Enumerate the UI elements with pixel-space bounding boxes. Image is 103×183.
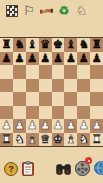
white-knight-icon: ♘ xyxy=(76,4,88,18)
piece-white-pawn[interactable]: ♟ xyxy=(79,120,89,132)
piece-white-rook[interactable]: ♜ xyxy=(91,134,101,146)
piece-black-pawn[interactable]: ♟ xyxy=(40,53,50,65)
square-f7[interactable]: ♟ xyxy=(64,52,77,66)
square-c8[interactable]: ♝ xyxy=(26,38,39,52)
square-e1[interactable]: ♚ xyxy=(52,133,65,147)
square-b3[interactable] xyxy=(13,106,26,120)
piece-black-pawn[interactable]: ♟ xyxy=(66,53,76,65)
handshake-icon xyxy=(40,5,53,17)
top-toolbar: ⚐ ♻ ♘ xyxy=(0,3,103,18)
square-h3[interactable] xyxy=(90,106,103,120)
square-d2[interactable]: ♟ xyxy=(39,119,52,133)
piece-white-pawn[interactable]: ♟ xyxy=(40,120,50,132)
help-button[interactable]: ? xyxy=(4,162,18,176)
square-d6[interactable] xyxy=(39,65,52,79)
square-a3[interactable] xyxy=(0,106,13,120)
square-e5[interactable] xyxy=(52,79,65,93)
piece-black-pawn[interactable]: ♟ xyxy=(91,53,101,65)
square-g5[interactable] xyxy=(77,79,90,93)
square-f8[interactable]: ♝ xyxy=(64,38,77,52)
piece-black-king[interactable]: ♚ xyxy=(53,39,63,51)
square-e3[interactable] xyxy=(52,106,65,120)
square-a5[interactable] xyxy=(0,79,13,93)
badge-dot xyxy=(88,160,90,162)
recycle-arrows-icon: ♻ xyxy=(59,4,70,18)
square-b5[interactable] xyxy=(13,79,26,93)
square-d3[interactable] xyxy=(39,106,52,120)
square-c1[interactable]: ♝ xyxy=(26,133,39,147)
square-c4[interactable] xyxy=(26,92,39,106)
square-e7[interactable]: ♟ xyxy=(52,52,65,66)
piece-white-pawn[interactable]: ♟ xyxy=(66,120,76,132)
square-h8[interactable]: ♜ xyxy=(90,38,103,52)
piece-black-rook[interactable]: ♜ xyxy=(91,39,101,51)
piece-black-knight[interactable]: ♞ xyxy=(14,39,24,51)
square-g7[interactable]: ♟ xyxy=(77,52,90,66)
online-button[interactable] xyxy=(94,161,103,178)
hint-move-button[interactable]: ♘ xyxy=(75,4,88,18)
piece-white-pawn[interactable]: ♟ xyxy=(91,120,101,132)
square-e2[interactable]: ♟ xyxy=(52,119,65,133)
square-h1[interactable]: ♜ xyxy=(90,133,103,147)
piece-black-bishop[interactable]: ♝ xyxy=(27,39,37,51)
square-f3[interactable] xyxy=(64,106,77,120)
square-d1[interactable]: ♛ xyxy=(39,133,52,147)
observe-button[interactable] xyxy=(56,163,71,178)
square-h5[interactable] xyxy=(90,79,103,93)
square-b2[interactable]: ♟ xyxy=(13,119,26,133)
chessboard-icon xyxy=(6,5,18,17)
square-c5[interactable] xyxy=(26,79,39,93)
piece-white-knight[interactable]: ♞ xyxy=(14,134,24,146)
square-e4[interactable] xyxy=(52,92,65,106)
square-a2[interactable]: ♟ xyxy=(0,119,13,133)
square-g1[interactable]: ♞ xyxy=(77,133,90,147)
square-e8[interactable]: ♚ xyxy=(52,38,65,52)
square-d5[interactable] xyxy=(39,79,52,93)
piece-black-pawn[interactable]: ♟ xyxy=(27,53,37,65)
square-c6[interactable] xyxy=(26,65,39,79)
square-g6[interactable] xyxy=(77,65,90,79)
square-d8[interactable]: ♛ xyxy=(39,38,52,52)
square-g3[interactable] xyxy=(77,106,90,120)
square-e6[interactable] xyxy=(52,65,65,79)
square-c3[interactable] xyxy=(26,106,39,120)
square-h4[interactable] xyxy=(90,92,103,106)
piece-white-bishop[interactable]: ♝ xyxy=(27,134,37,146)
square-c2[interactable]: ♟ xyxy=(26,119,39,133)
square-f4[interactable] xyxy=(64,92,77,106)
piece-white-pawn[interactable]: ♟ xyxy=(27,120,37,132)
square-g8[interactable]: ♞ xyxy=(77,38,90,52)
offer-draw-button[interactable] xyxy=(40,4,53,18)
square-b4[interactable] xyxy=(13,92,26,106)
piece-white-bishop[interactable]: ♝ xyxy=(66,134,76,146)
square-a4[interactable] xyxy=(0,92,13,106)
square-h2[interactable]: ♟ xyxy=(90,119,103,133)
binoculars-icon xyxy=(56,163,71,175)
notation-button[interactable] xyxy=(22,161,34,179)
chess-app: ⚐ ♻ ♘ ♜♞♝♛♚♝♞♜♟♟♟♟♟♟♟♟♟♟♟♟♟♟♟♟♜♞♝♛♚♝♞♜ ? xyxy=(0,0,103,183)
resign-button[interactable]: ⚐ xyxy=(23,4,36,18)
square-f6[interactable] xyxy=(64,65,77,79)
piece-black-knight[interactable]: ♞ xyxy=(79,39,89,51)
square-a1[interactable]: ♜ xyxy=(0,133,13,147)
square-f5[interactable] xyxy=(64,79,77,93)
square-b1[interactable]: ♞ xyxy=(13,133,26,147)
globe-icon xyxy=(94,161,103,175)
square-f2[interactable]: ♟ xyxy=(64,119,77,133)
question-mark-icon: ? xyxy=(4,162,18,176)
square-b6[interactable] xyxy=(13,65,26,79)
bottom-toolbar: ? xyxy=(0,159,103,179)
clipboard-icon xyxy=(22,161,34,176)
piece-white-pawn[interactable]: ♟ xyxy=(1,120,11,132)
piece-white-knight[interactable]: ♞ xyxy=(79,134,89,146)
piece-black-bishop[interactable]: ♝ xyxy=(66,39,76,51)
new-game-button[interactable]: ♻ xyxy=(58,4,71,18)
piece-black-pawn[interactable]: ♟ xyxy=(53,53,63,65)
square-d4[interactable] xyxy=(39,92,52,106)
piece-black-pawn[interactable]: ♟ xyxy=(1,53,11,65)
piece-black-rook[interactable]: ♜ xyxy=(1,39,11,51)
piece-white-king[interactable]: ♚ xyxy=(53,134,63,146)
square-a7[interactable]: ♟ xyxy=(0,52,13,66)
white-flag-icon: ⚐ xyxy=(23,4,35,18)
square-b8[interactable]: ♞ xyxy=(13,38,26,52)
piece-white-pawn[interactable]: ♟ xyxy=(53,120,63,132)
square-c7[interactable]: ♟ xyxy=(26,52,39,66)
piece-black-pawn[interactable]: ♟ xyxy=(14,53,24,65)
videos-button[interactable] xyxy=(75,160,90,179)
notification-badge xyxy=(85,157,92,164)
piece-white-pawn[interactable]: ♟ xyxy=(14,120,24,132)
square-h7[interactable]: ♟ xyxy=(90,52,103,66)
piece-black-pawn[interactable]: ♟ xyxy=(79,53,89,65)
square-a8[interactable]: ♜ xyxy=(0,38,13,52)
square-g2[interactable]: ♟ xyxy=(77,119,90,133)
piece-black-queen[interactable]: ♛ xyxy=(40,39,50,51)
square-b7[interactable]: ♟ xyxy=(13,52,26,66)
square-h6[interactable] xyxy=(90,65,103,79)
piece-white-queen[interactable]: ♛ xyxy=(40,134,50,146)
square-d7[interactable]: ♟ xyxy=(39,52,52,66)
square-a6[interactable] xyxy=(0,65,13,79)
square-g4[interactable] xyxy=(77,92,90,106)
chess-board: ♜♞♝♛♚♝♞♜♟♟♟♟♟♟♟♟♟♟♟♟♟♟♟♟♜♞♝♛♚♝♞♜ xyxy=(0,37,103,147)
board-setup-button[interactable] xyxy=(5,4,18,18)
square-f1[interactable]: ♝ xyxy=(64,133,77,147)
piece-white-rook[interactable]: ♜ xyxy=(1,134,11,146)
